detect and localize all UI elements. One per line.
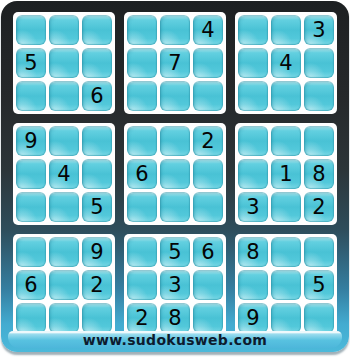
sudoku-box: 34 (235, 12, 337, 114)
sudoku-cell-r9c9[interactable] (304, 303, 334, 333)
sudoku-cell-r5c8[interactable]: 1 (271, 159, 301, 189)
sudoku-board: 56473494526183296256328859 www.sudokuswe… (0, 0, 350, 360)
sudoku-cell-r6c8[interactable] (271, 192, 301, 222)
sudoku-cell-r1c5[interactable] (160, 15, 190, 45)
sudoku-cell-r8c8[interactable] (271, 270, 301, 300)
sudoku-cell-r2c4[interactable] (127, 48, 157, 78)
sudoku-cell-r9c1[interactable] (16, 303, 46, 333)
sudoku-cell-r1c1[interactable] (16, 15, 46, 45)
sudoku-cell-r9c3[interactable] (82, 303, 112, 333)
sudoku-box: 945 (13, 123, 115, 225)
sudoku-cell-r4c6[interactable]: 2 (193, 126, 223, 156)
sudoku-box: 56328 (124, 234, 226, 336)
sudoku-cell-r2c8[interactable]: 4 (271, 48, 301, 78)
sudoku-cell-r2c2[interactable] (49, 48, 79, 78)
sudoku-cell-r9c7[interactable]: 9 (238, 303, 268, 333)
sudoku-cell-r4c3[interactable] (82, 126, 112, 156)
sudoku-cell-r3c7[interactable] (238, 81, 268, 111)
sudoku-cell-r1c6[interactable]: 4 (193, 15, 223, 45)
sudoku-cell-r9c8[interactable] (271, 303, 301, 333)
sudoku-cell-r5c6[interactable] (193, 159, 223, 189)
sudoku-cell-r8c6[interactable] (193, 270, 223, 300)
sudoku-cell-r9c5[interactable]: 8 (160, 303, 190, 333)
sudoku-cell-r4c4[interactable] (127, 126, 157, 156)
sudoku-box: 56 (13, 12, 115, 114)
sudoku-cell-r4c5[interactable] (160, 126, 190, 156)
sudoku-cell-r1c7[interactable] (238, 15, 268, 45)
sudoku-cell-r9c4[interactable]: 2 (127, 303, 157, 333)
sudoku-grid: 56473494526183296256328859 (13, 12, 337, 336)
site-url: www.sudokusweb.com (83, 332, 267, 348)
sudoku-cell-r3c1[interactable] (16, 81, 46, 111)
sudoku-cell-r6c5[interactable] (160, 192, 190, 222)
sudoku-cell-r5c9[interactable]: 8 (304, 159, 334, 189)
sudoku-cell-r8c4[interactable] (127, 270, 157, 300)
sudoku-cell-r8c2[interactable] (49, 270, 79, 300)
sudoku-cell-r5c2[interactable]: 4 (49, 159, 79, 189)
sudoku-cell-r6c7[interactable]: 3 (238, 192, 268, 222)
sudoku-box: 26 (124, 123, 226, 225)
sudoku-cell-r7c2[interactable] (49, 237, 79, 267)
sudoku-cell-r7c9[interactable] (304, 237, 334, 267)
sudoku-cell-r2c5[interactable]: 7 (160, 48, 190, 78)
board-frame: 56473494526183296256328859 www.sudokuswe… (1, 1, 349, 352)
sudoku-cell-r1c3[interactable] (82, 15, 112, 45)
sudoku-cell-r2c7[interactable] (238, 48, 268, 78)
sudoku-cell-r5c1[interactable] (16, 159, 46, 189)
sudoku-cell-r9c6[interactable] (193, 303, 223, 333)
sudoku-cell-r4c1[interactable]: 9 (16, 126, 46, 156)
sudoku-cell-r4c9[interactable] (304, 126, 334, 156)
sudoku-cell-r2c6[interactable] (193, 48, 223, 78)
sudoku-cell-r6c6[interactable] (193, 192, 223, 222)
sudoku-cell-r7c8[interactable] (271, 237, 301, 267)
sudoku-cell-r2c3[interactable] (82, 48, 112, 78)
sudoku-cell-r8c7[interactable] (238, 270, 268, 300)
sudoku-cell-r5c5[interactable] (160, 159, 190, 189)
sudoku-cell-r4c2[interactable] (49, 126, 79, 156)
sudoku-cell-r7c1[interactable] (16, 237, 46, 267)
sudoku-cell-r5c7[interactable] (238, 159, 268, 189)
sudoku-cell-r4c8[interactable] (271, 126, 301, 156)
sudoku-cell-r7c4[interactable] (127, 237, 157, 267)
sudoku-cell-r3c4[interactable] (127, 81, 157, 111)
sudoku-cell-r3c3[interactable]: 6 (82, 81, 112, 111)
footer-band: www.sudokusweb.com (8, 331, 342, 348)
sudoku-cell-r7c3[interactable]: 9 (82, 237, 112, 267)
sudoku-cell-r3c2[interactable] (49, 81, 79, 111)
sudoku-cell-r6c3[interactable]: 5 (82, 192, 112, 222)
sudoku-cell-r6c9[interactable]: 2 (304, 192, 334, 222)
sudoku-cell-r7c7[interactable]: 8 (238, 237, 268, 267)
sudoku-cell-r5c3[interactable] (82, 159, 112, 189)
sudoku-cell-r1c8[interactable] (271, 15, 301, 45)
sudoku-cell-r1c2[interactable] (49, 15, 79, 45)
sudoku-cell-r1c4[interactable] (127, 15, 157, 45)
sudoku-cell-r1c9[interactable]: 3 (304, 15, 334, 45)
sudoku-cell-r3c6[interactable] (193, 81, 223, 111)
sudoku-box: 859 (235, 234, 337, 336)
sudoku-cell-r6c2[interactable] (49, 192, 79, 222)
sudoku-cell-r2c1[interactable]: 5 (16, 48, 46, 78)
sudoku-cell-r4c7[interactable] (238, 126, 268, 156)
sudoku-box: 1832 (235, 123, 337, 225)
sudoku-cell-r8c9[interactable]: 5 (304, 270, 334, 300)
sudoku-cell-r6c4[interactable] (127, 192, 157, 222)
sudoku-cell-r2c9[interactable] (304, 48, 334, 78)
sudoku-box: 47 (124, 12, 226, 114)
sudoku-cell-r7c5[interactable]: 5 (160, 237, 190, 267)
sudoku-cell-r8c3[interactable]: 2 (82, 270, 112, 300)
sudoku-cell-r5c4[interactable]: 6 (127, 159, 157, 189)
sudoku-cell-r9c2[interactable] (49, 303, 79, 333)
sudoku-cell-r6c1[interactable] (16, 192, 46, 222)
sudoku-cell-r3c5[interactable] (160, 81, 190, 111)
sudoku-cell-r3c9[interactable] (304, 81, 334, 111)
sudoku-cell-r8c1[interactable]: 6 (16, 270, 46, 300)
sudoku-cell-r7c6[interactable]: 6 (193, 237, 223, 267)
sudoku-cell-r8c5[interactable]: 3 (160, 270, 190, 300)
sudoku-cell-r3c8[interactable] (271, 81, 301, 111)
sudoku-box: 962 (13, 234, 115, 336)
